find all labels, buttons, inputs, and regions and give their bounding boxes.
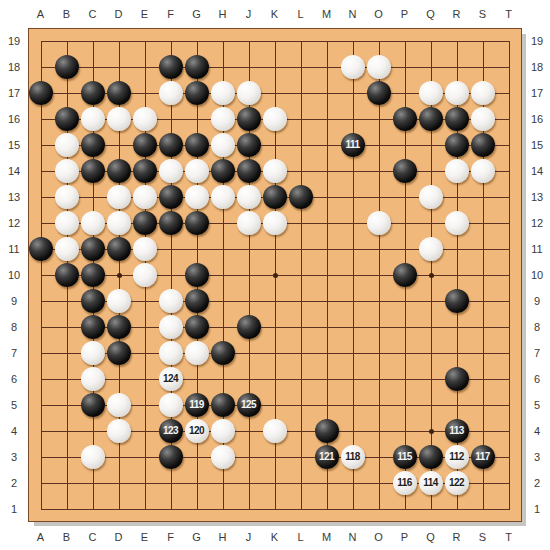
stone-white[interactable] xyxy=(107,289,131,313)
go-game-screen: 1111241191251231201131211181151121171161… xyxy=(0,0,550,550)
stone-white[interactable] xyxy=(419,81,443,105)
stone-black[interactable]: 113 xyxy=(445,419,469,443)
stone-black[interactable] xyxy=(237,107,261,131)
column-label-top: C xyxy=(89,8,97,20)
stone-white[interactable] xyxy=(107,211,131,235)
stone-white[interactable] xyxy=(237,211,261,235)
row-label-right: 16 xyxy=(531,113,543,125)
stone-black[interactable]: 121 xyxy=(315,445,339,469)
stone-black[interactable] xyxy=(81,237,105,261)
row-label-right: 4 xyxy=(534,425,540,437)
move-number: 115 xyxy=(393,445,417,469)
column-label-top: S xyxy=(479,8,486,20)
move-number: 119 xyxy=(185,393,209,417)
stone-white[interactable] xyxy=(81,445,105,469)
column-label-bottom: H xyxy=(219,531,227,543)
stone-black[interactable] xyxy=(81,81,105,105)
column-label-top: K xyxy=(271,8,278,20)
row-label-right: 14 xyxy=(531,165,543,177)
stone-white[interactable] xyxy=(55,237,79,261)
stone-black[interactable] xyxy=(393,263,417,287)
star-point xyxy=(429,273,434,278)
move-number: 114 xyxy=(419,471,443,495)
stone-white[interactable]: 112 xyxy=(445,445,469,469)
stone-black[interactable] xyxy=(107,315,131,339)
move-number: 123 xyxy=(159,419,183,443)
row-label-left: 11 xyxy=(8,243,19,255)
stone-black[interactable] xyxy=(237,315,261,339)
column-label-bottom: C xyxy=(89,531,97,543)
stone-black[interactable] xyxy=(55,107,79,131)
stone-black[interactable] xyxy=(81,133,105,157)
column-label-bottom: E xyxy=(141,531,148,543)
stone-black[interactable] xyxy=(445,107,469,131)
stone-white[interactable] xyxy=(133,107,157,131)
stone-white[interactable] xyxy=(263,107,287,131)
column-label-top: T xyxy=(505,8,512,20)
column-label-bottom: S xyxy=(479,531,486,543)
row-label-left: 16 xyxy=(8,113,20,125)
column-label-bottom: B xyxy=(63,531,70,543)
stone-black[interactable] xyxy=(445,289,469,313)
stone-white[interactable] xyxy=(471,159,495,183)
row-label-left: 7 xyxy=(11,347,17,359)
row-label-left: 18 xyxy=(8,61,20,73)
row-label-left: 6 xyxy=(11,373,17,385)
stone-black[interactable] xyxy=(237,133,261,157)
star-point xyxy=(429,429,434,434)
column-label-bottom: Q xyxy=(426,531,435,543)
move-number: 117 xyxy=(471,445,495,469)
stone-black[interactable] xyxy=(81,263,105,287)
stone-white[interactable] xyxy=(107,419,131,443)
move-number: 124 xyxy=(159,367,183,391)
stone-white[interactable]: 116 xyxy=(393,471,417,495)
row-label-left: 15 xyxy=(8,139,20,151)
stone-black[interactable] xyxy=(159,445,183,469)
column-label-bottom: R xyxy=(453,531,461,543)
stone-white[interactable] xyxy=(419,237,443,261)
stone-white[interactable] xyxy=(55,185,79,209)
stone-black[interactable] xyxy=(159,55,183,79)
row-label-right: 3 xyxy=(534,451,540,463)
stone-white[interactable] xyxy=(341,55,365,79)
stone-black[interactable] xyxy=(81,159,105,183)
stone-black[interactable] xyxy=(419,445,443,469)
move-number: 122 xyxy=(445,471,469,495)
stone-white[interactable] xyxy=(133,237,157,261)
stone-black[interactable] xyxy=(393,107,417,131)
row-label-right: 13 xyxy=(531,191,543,203)
stone-white[interactable] xyxy=(471,107,495,131)
stone-white[interactable] xyxy=(367,55,391,79)
stone-black[interactable] xyxy=(55,55,79,79)
stone-white[interactable] xyxy=(55,211,79,235)
stone-black[interactable] xyxy=(185,81,209,105)
grid-line xyxy=(41,509,510,510)
stone-white[interactable]: 122 xyxy=(445,471,469,495)
move-number: 116 xyxy=(393,471,417,495)
column-label-bottom: L xyxy=(297,531,303,543)
stone-black[interactable] xyxy=(445,133,469,157)
move-number: 112 xyxy=(445,445,469,469)
stone-white[interactable] xyxy=(107,185,131,209)
stone-white[interactable] xyxy=(55,133,79,157)
stone-white[interactable] xyxy=(185,341,209,365)
move-number: 125 xyxy=(237,393,261,417)
column-label-top: L xyxy=(297,8,303,20)
stone-white[interactable] xyxy=(445,159,469,183)
column-label-top: D xyxy=(115,8,123,20)
stone-white[interactable] xyxy=(159,159,183,183)
column-label-top: O xyxy=(374,8,383,20)
stone-white[interactable] xyxy=(185,159,209,183)
stone-white[interactable] xyxy=(185,185,209,209)
column-label-top: N xyxy=(349,8,357,20)
stone-white[interactable] xyxy=(107,107,131,131)
column-label-top: Q xyxy=(426,8,435,20)
stone-black[interactable] xyxy=(185,55,209,79)
stone-black[interactable]: 111 xyxy=(341,133,365,157)
column-label-bottom: J xyxy=(246,531,252,543)
stone-white[interactable] xyxy=(211,445,235,469)
stone-black[interactable] xyxy=(81,289,105,313)
column-label-bottom: G xyxy=(192,531,201,543)
column-label-top: P xyxy=(401,8,408,20)
column-label-top: G xyxy=(192,8,201,20)
column-label-bottom: T xyxy=(505,531,512,543)
stone-black[interactable] xyxy=(159,211,183,235)
stone-white[interactable] xyxy=(211,133,235,157)
stone-black[interactable] xyxy=(211,159,235,183)
stone-black[interactable] xyxy=(185,315,209,339)
stone-white[interactable] xyxy=(237,185,261,209)
row-label-right: 8 xyxy=(534,321,540,333)
move-number: 113 xyxy=(445,419,469,443)
stone-black[interactable] xyxy=(315,419,339,443)
move-number: 118 xyxy=(341,445,365,469)
stone-black[interactable] xyxy=(107,237,131,261)
column-label-top: B xyxy=(63,8,70,20)
star-point xyxy=(117,273,122,278)
stone-black[interactable] xyxy=(29,237,53,261)
row-label-left: 13 xyxy=(8,191,20,203)
stone-black[interactable] xyxy=(445,367,469,391)
stone-black[interactable] xyxy=(185,211,209,235)
stone-white[interactable] xyxy=(159,341,183,365)
row-label-right: 18 xyxy=(531,61,543,73)
stone-black[interactable] xyxy=(289,185,313,209)
column-label-bottom: N xyxy=(349,531,357,543)
stone-black[interactable] xyxy=(133,159,157,183)
column-label-top: H xyxy=(219,8,227,20)
column-label-top: A xyxy=(37,8,44,20)
stone-black[interactable] xyxy=(185,289,209,313)
row-label-right: 19 xyxy=(531,35,543,47)
stone-white[interactable] xyxy=(211,107,235,131)
row-label-right: 9 xyxy=(534,295,540,307)
row-label-left: 3 xyxy=(11,451,17,463)
stone-white[interactable] xyxy=(107,393,131,417)
stone-white[interactable]: 120 xyxy=(185,419,209,443)
go-board[interactable]: 1111241191251231201131211181151121171161… xyxy=(28,28,522,522)
column-label-top: E xyxy=(141,8,148,20)
stone-white[interactable]: 114 xyxy=(419,471,443,495)
stone-black[interactable] xyxy=(133,211,157,235)
stone-white[interactable]: 124 xyxy=(159,367,183,391)
stone-white[interactable] xyxy=(81,211,105,235)
stone-white[interactable] xyxy=(263,211,287,235)
grid-line xyxy=(379,41,380,510)
row-label-left: 5 xyxy=(11,399,17,411)
row-label-left: 10 xyxy=(8,269,20,281)
stone-black[interactable] xyxy=(159,185,183,209)
stone-black[interactable] xyxy=(419,107,443,131)
column-label-top: R xyxy=(453,8,461,20)
stone-black[interactable] xyxy=(159,133,183,157)
row-label-right: 10 xyxy=(531,269,543,281)
stone-white[interactable] xyxy=(419,185,443,209)
stone-black[interactable] xyxy=(185,133,209,157)
stone-black[interactable] xyxy=(107,341,131,365)
stone-white[interactable] xyxy=(81,107,105,131)
move-number: 121 xyxy=(315,445,339,469)
grid-line xyxy=(301,41,302,510)
row-label-right: 1 xyxy=(534,503,540,515)
stone-white[interactable] xyxy=(159,315,183,339)
stone-black[interactable]: 123 xyxy=(159,419,183,443)
stone-black[interactable]: 115 xyxy=(393,445,417,469)
stone-white[interactable] xyxy=(81,367,105,391)
stone-white[interactable] xyxy=(445,211,469,235)
row-label-left: 17 xyxy=(8,87,20,99)
stone-white[interactable] xyxy=(211,419,235,443)
stone-black[interactable] xyxy=(81,315,105,339)
stone-black[interactable] xyxy=(211,393,235,417)
row-label-right: 17 xyxy=(531,87,543,99)
grid-line xyxy=(509,41,510,510)
row-label-right: 11 xyxy=(531,243,542,255)
stone-white[interactable] xyxy=(367,211,391,235)
row-label-left: 8 xyxy=(11,321,17,333)
stone-black[interactable] xyxy=(107,159,131,183)
row-label-right: 6 xyxy=(534,373,540,385)
row-label-right: 15 xyxy=(531,139,543,151)
row-label-left: 1 xyxy=(11,503,17,515)
stone-black[interactable]: 119 xyxy=(185,393,209,417)
stone-black[interactable] xyxy=(393,159,417,183)
stone-black[interactable] xyxy=(211,341,235,365)
move-number: 111 xyxy=(341,133,365,157)
stone-black[interactable] xyxy=(133,133,157,157)
stone-white[interactable] xyxy=(133,263,157,287)
column-label-bottom: D xyxy=(115,531,123,543)
row-label-left: 2 xyxy=(11,477,17,489)
move-number: 120 xyxy=(185,419,209,443)
row-label-left: 9 xyxy=(11,295,17,307)
row-label-left: 12 xyxy=(8,217,20,229)
stone-white[interactable]: 118 xyxy=(341,445,365,469)
stone-black[interactable] xyxy=(237,159,261,183)
stone-white[interactable] xyxy=(211,185,235,209)
stone-black[interactable] xyxy=(29,81,53,105)
stone-black[interactable] xyxy=(185,263,209,287)
row-label-right: 7 xyxy=(534,347,540,359)
column-label-top: M xyxy=(322,8,331,20)
stone-white[interactable] xyxy=(445,81,469,105)
stone-white[interactable] xyxy=(133,185,157,209)
stone-white[interactable] xyxy=(55,159,79,183)
grid-line xyxy=(353,41,354,510)
column-label-bottom: K xyxy=(271,531,278,543)
row-label-left: 14 xyxy=(8,165,20,177)
column-label-bottom: P xyxy=(401,531,408,543)
row-label-right: 5 xyxy=(534,399,540,411)
stone-black[interactable] xyxy=(55,263,79,287)
stone-white[interactable] xyxy=(159,393,183,417)
stone-white[interactable] xyxy=(237,81,261,105)
stone-white[interactable] xyxy=(159,81,183,105)
stone-white[interactable] xyxy=(471,81,495,105)
stone-white[interactable] xyxy=(263,159,287,183)
grid-line xyxy=(41,379,510,380)
column-label-bottom: M xyxy=(322,531,331,543)
column-label-top: J xyxy=(246,8,252,20)
stone-white[interactable] xyxy=(263,419,287,443)
stone-white[interactable] xyxy=(81,341,105,365)
row-label-left: 19 xyxy=(8,35,20,47)
star-point xyxy=(273,273,278,278)
stone-white[interactable] xyxy=(211,81,235,105)
column-label-top: F xyxy=(167,8,174,20)
row-label-left: 4 xyxy=(11,425,17,437)
row-label-right: 12 xyxy=(531,217,543,229)
stone-black[interactable] xyxy=(81,393,105,417)
row-label-right: 2 xyxy=(534,477,540,489)
stone-black[interactable] xyxy=(107,81,131,105)
column-label-bottom: O xyxy=(374,531,383,543)
column-label-bottom: F xyxy=(167,531,174,543)
stone-black[interactable] xyxy=(471,133,495,157)
stone-black[interactable] xyxy=(263,185,287,209)
column-label-bottom: A xyxy=(37,531,44,543)
stone-white[interactable] xyxy=(159,289,183,313)
stone-black[interactable] xyxy=(367,81,391,105)
stone-black[interactable]: 117 xyxy=(471,445,495,469)
stone-black[interactable]: 125 xyxy=(237,393,261,417)
